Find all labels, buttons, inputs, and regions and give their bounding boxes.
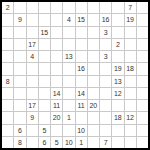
cell-r6c9[interactable] bbox=[100, 63, 111, 74]
clue-cell-r10c11[interactable]: 12 bbox=[125, 112, 136, 123]
cell-r2c12[interactable] bbox=[137, 14, 148, 25]
clue-cell-r9c3[interactable]: 17 bbox=[27, 100, 38, 111]
clue-cell-r2c6[interactable]: 4 bbox=[63, 14, 74, 25]
cell-r3c2[interactable] bbox=[14, 27, 25, 38]
cell-r11c6[interactable] bbox=[63, 125, 74, 136]
cell-r4c7[interactable] bbox=[76, 39, 87, 50]
cell-r5c4[interactable] bbox=[39, 51, 50, 62]
clue-cell-r7c10[interactable]: 13 bbox=[112, 76, 123, 87]
cell-r1c9[interactable] bbox=[100, 2, 111, 13]
cell-r4c8[interactable] bbox=[88, 39, 99, 50]
cell-r2c5[interactable] bbox=[51, 14, 62, 25]
cell-r8c3[interactable] bbox=[27, 88, 38, 99]
cell-r1c12[interactable] bbox=[137, 2, 148, 13]
clue-cell-r6c7[interactable]: 16 bbox=[76, 63, 87, 74]
cell-r8c2[interactable] bbox=[14, 88, 25, 99]
cell-r3c12[interactable] bbox=[137, 27, 148, 38]
clue-cell-r5c9[interactable]: 3 bbox=[100, 51, 111, 62]
cell-r9c9[interactable] bbox=[100, 100, 111, 111]
cell-r2c1[interactable] bbox=[2, 14, 13, 25]
cell-r5c2[interactable] bbox=[14, 51, 25, 62]
puzzle-board: 2794151619153172413316191881314141217111… bbox=[0, 0, 150, 150]
cell-r3c3[interactable] bbox=[27, 27, 38, 38]
cell-r4c5[interactable] bbox=[51, 39, 62, 50]
cell-r12c3[interactable] bbox=[27, 137, 38, 148]
clue-cell-r8c5[interactable]: 14 bbox=[51, 88, 62, 99]
cell-r3c10[interactable] bbox=[112, 27, 123, 38]
clue-cell-r10c10[interactable]: 18 bbox=[112, 112, 123, 123]
cell-r10c9[interactable] bbox=[100, 112, 111, 123]
cell-r10c8[interactable] bbox=[88, 112, 99, 123]
cell-r3c11[interactable] bbox=[125, 27, 136, 38]
cell-r12c11[interactable] bbox=[125, 137, 136, 148]
clue-cell-r6c10[interactable]: 19 bbox=[112, 63, 123, 74]
cell-r2c10[interactable] bbox=[112, 14, 123, 25]
clue-cell-r8c7[interactable]: 14 bbox=[76, 88, 87, 99]
clue-cell-r9c5[interactable]: 11 bbox=[51, 100, 62, 111]
clue-cell-r1c11[interactable]: 7 bbox=[125, 2, 136, 13]
clue-cell-r5c6[interactable]: 13 bbox=[63, 51, 74, 62]
cell-r9c10[interactable] bbox=[112, 100, 123, 111]
cell-r6c5[interactable] bbox=[51, 63, 62, 74]
clue-cell-r12c7[interactable]: 1 bbox=[76, 137, 87, 148]
cell-r5c7[interactable] bbox=[76, 51, 87, 62]
cell-r3c8[interactable] bbox=[88, 27, 99, 38]
clue-cell-r4c3[interactable]: 17 bbox=[27, 39, 38, 50]
clue-cell-r2c7[interactable]: 15 bbox=[76, 14, 87, 25]
cell-r6c2[interactable] bbox=[14, 63, 25, 74]
cell-r11c10[interactable] bbox=[112, 125, 123, 136]
cell-r12c10[interactable] bbox=[112, 137, 123, 148]
cell-r6c8[interactable] bbox=[88, 63, 99, 74]
cell-r7c3[interactable] bbox=[27, 76, 38, 87]
cell-r3c6[interactable] bbox=[63, 27, 74, 38]
cell-r10c1[interactable] bbox=[2, 112, 13, 123]
cell-r11c9[interactable] bbox=[100, 125, 111, 136]
clue-cell-r12c5[interactable]: 5 bbox=[51, 137, 62, 148]
clue-cell-r5c3[interactable]: 4 bbox=[27, 51, 38, 62]
clue-cell-r12c9[interactable]: 7 bbox=[100, 137, 111, 148]
cell-r11c3[interactable] bbox=[27, 125, 38, 136]
cell-r5c5[interactable] bbox=[51, 51, 62, 62]
cell-r6c3[interactable] bbox=[27, 63, 38, 74]
cell-r1c6[interactable] bbox=[63, 2, 74, 13]
cell-r12c8[interactable] bbox=[88, 137, 99, 148]
clue-cell-r9c8[interactable]: 20 bbox=[88, 100, 99, 111]
cell-r4c9[interactable] bbox=[100, 39, 111, 50]
cell-r2c8[interactable] bbox=[88, 14, 99, 25]
cell-r9c12[interactable] bbox=[137, 100, 148, 111]
cell-r5c10[interactable] bbox=[112, 51, 123, 62]
cell-r1c3[interactable] bbox=[27, 2, 38, 13]
cell-r9c11[interactable] bbox=[125, 100, 136, 111]
cell-r1c10[interactable] bbox=[112, 2, 123, 13]
cell-r7c9[interactable] bbox=[100, 76, 111, 87]
clue-cell-r3c9[interactable]: 3 bbox=[100, 27, 111, 38]
cell-r4c12[interactable] bbox=[137, 39, 148, 50]
cell-r6c6[interactable] bbox=[63, 63, 74, 74]
cell-r3c5[interactable] bbox=[51, 27, 62, 38]
clue-cell-r11c2[interactable]: 6 bbox=[14, 125, 25, 136]
cell-r7c8[interactable] bbox=[88, 76, 99, 87]
cell-r1c5[interactable] bbox=[51, 2, 62, 13]
cell-r9c2[interactable] bbox=[14, 100, 25, 111]
cell-r3c1[interactable] bbox=[2, 27, 13, 38]
cell-r11c1[interactable] bbox=[2, 125, 13, 136]
clue-cell-r10c5[interactable]: 20 bbox=[51, 112, 62, 123]
cell-r9c6[interactable] bbox=[63, 100, 74, 111]
cell-r1c2[interactable] bbox=[14, 2, 25, 13]
cell-r12c12[interactable] bbox=[137, 137, 148, 148]
cell-r2c3[interactable] bbox=[27, 14, 38, 25]
cell-r8c6[interactable] bbox=[63, 88, 74, 99]
cell-r6c4[interactable] bbox=[39, 63, 50, 74]
clue-cell-r6c11[interactable]: 18 bbox=[125, 63, 136, 74]
cell-r7c12[interactable] bbox=[137, 76, 148, 87]
cell-r5c12[interactable] bbox=[137, 51, 148, 62]
cell-r6c1[interactable] bbox=[2, 63, 13, 74]
cell-r10c12[interactable] bbox=[137, 112, 148, 123]
cell-r8c9[interactable] bbox=[100, 88, 111, 99]
cell-r1c7[interactable] bbox=[76, 2, 87, 13]
clue-cell-r11c4[interactable]: 5 bbox=[39, 125, 50, 136]
cell-r7c7[interactable] bbox=[76, 76, 87, 87]
clue-cell-r12c6[interactable]: 10 bbox=[63, 137, 74, 148]
cell-r5c1[interactable] bbox=[2, 51, 13, 62]
clue-cell-r11c7[interactable]: 10 bbox=[76, 125, 87, 136]
cell-r8c12[interactable] bbox=[137, 88, 148, 99]
clue-cell-r1c1[interactable]: 2 bbox=[2, 2, 13, 13]
cell-r10c2[interactable] bbox=[14, 112, 25, 123]
cell-r10c7[interactable] bbox=[76, 112, 87, 123]
cell-r4c1[interactable] bbox=[2, 39, 13, 50]
puzzle-grid: 2794151619153172413316191881314141217111… bbox=[0, 0, 150, 150]
cell-r8c1[interactable] bbox=[2, 88, 13, 99]
cell-r7c11[interactable] bbox=[125, 76, 136, 87]
clue-cell-r10c3[interactable]: 9 bbox=[27, 112, 38, 123]
cell-r6c12[interactable] bbox=[137, 63, 148, 74]
clue-cell-r9c7[interactable]: 11 bbox=[76, 100, 87, 111]
clue-cell-r8c10[interactable]: 12 bbox=[112, 88, 123, 99]
cell-r8c4[interactable] bbox=[39, 88, 50, 99]
cell-r10c4[interactable] bbox=[39, 112, 50, 123]
cell-r8c8[interactable] bbox=[88, 88, 99, 99]
cell-r5c8[interactable] bbox=[88, 51, 99, 62]
cell-r11c11[interactable] bbox=[125, 125, 136, 136]
cell-r3c7[interactable] bbox=[76, 27, 87, 38]
clue-cell-r2c2[interactable]: 9 bbox=[14, 14, 25, 25]
cell-r8c11[interactable] bbox=[125, 88, 136, 99]
cell-r11c12[interactable] bbox=[137, 125, 148, 136]
clue-cell-r7c1[interactable]: 8 bbox=[2, 76, 13, 87]
clue-cell-r2c9[interactable]: 16 bbox=[100, 14, 111, 25]
cell-r12c1[interactable] bbox=[2, 137, 13, 148]
clue-cell-r12c2[interactable]: 8 bbox=[14, 137, 25, 148]
cell-r4c6[interactable] bbox=[63, 39, 74, 50]
cell-r4c11[interactable] bbox=[125, 39, 136, 50]
cell-r7c5[interactable] bbox=[51, 76, 62, 87]
cell-r9c1[interactable] bbox=[2, 100, 13, 111]
cell-r7c4[interactable] bbox=[39, 76, 50, 87]
clue-cell-r10c6[interactable]: 1 bbox=[63, 112, 74, 123]
cell-r1c4[interactable] bbox=[39, 2, 50, 13]
cell-r1c8[interactable] bbox=[88, 2, 99, 13]
clue-cell-r3c4[interactable]: 15 bbox=[39, 27, 50, 38]
cell-r7c6[interactable] bbox=[63, 76, 74, 87]
cell-r5c11[interactable] bbox=[125, 51, 136, 62]
cell-r11c5[interactable] bbox=[51, 125, 62, 136]
clue-cell-r2c11[interactable]: 19 bbox=[125, 14, 136, 25]
cell-r4c4[interactable] bbox=[39, 39, 50, 50]
clue-cell-r12c4[interactable]: 6 bbox=[39, 137, 50, 148]
cell-r7c2[interactable] bbox=[14, 76, 25, 87]
cell-r2c4[interactable] bbox=[39, 14, 50, 25]
cell-r9c4[interactable] bbox=[39, 100, 50, 111]
clue-cell-r4c10[interactable]: 2 bbox=[112, 39, 123, 50]
cell-r11c8[interactable] bbox=[88, 125, 99, 136]
cell-r4c2[interactable] bbox=[14, 39, 25, 50]
